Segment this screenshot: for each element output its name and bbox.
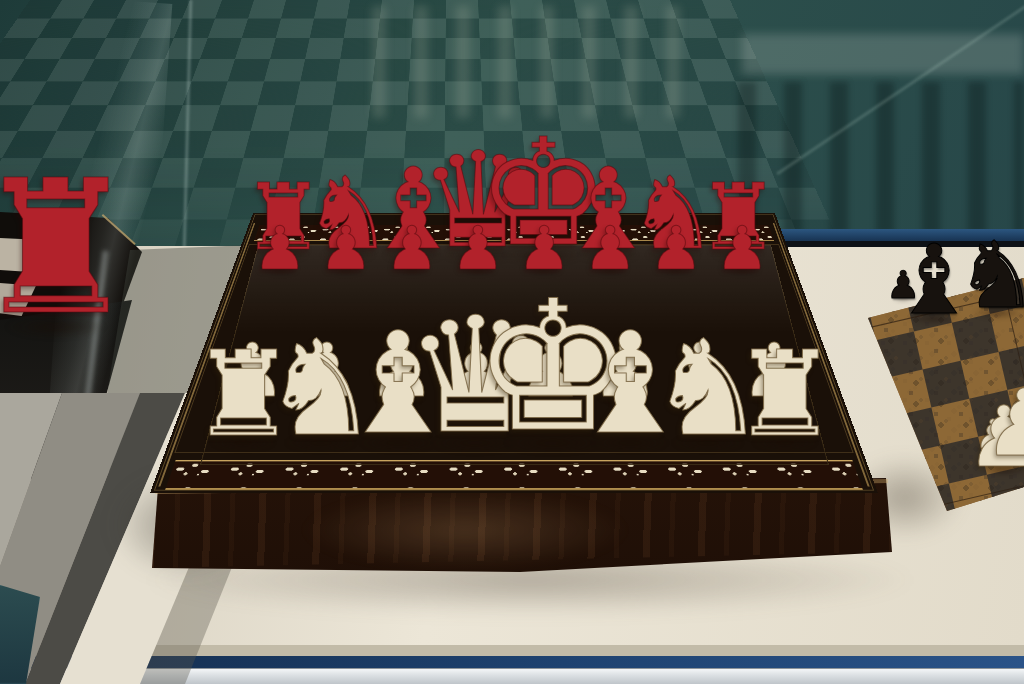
piece-red-pawn-c7[interactable]: ♟ [385, 218, 439, 278]
glass-reflection-shelf [742, 34, 1024, 74]
piece-red-pawn-a7[interactable]: ♟ [253, 218, 307, 278]
piece-red-pawn-b7[interactable]: ♟ [319, 218, 373, 278]
piece-red-pawn-h7[interactable]: ♟ [715, 218, 769, 278]
rosewood-sheen [300, 490, 630, 570]
right-board-black-piece-2[interactable]: ♞ [956, 230, 1024, 322]
right-board-ivory-piece-2[interactable]: ♟ [983, 378, 1024, 470]
piece-ivory-rook-h1[interactable]: ♜ [732, 335, 838, 453]
left-case-red-rook[interactable]: ♜ [0, 156, 139, 341]
museum-display-photo: ♜♞♝♛♚♝♞♜♟♟♟♟♟♟♟♟♟♟♟♟♟♟♟♟♜♞♝♛♚♝♞♜♜♟♝♞♟♟♟ [0, 0, 1024, 684]
glass-reflection-ivory-pieces [372, 6, 702, 118]
piece-red-pawn-g7[interactable]: ♟ [649, 218, 703, 278]
